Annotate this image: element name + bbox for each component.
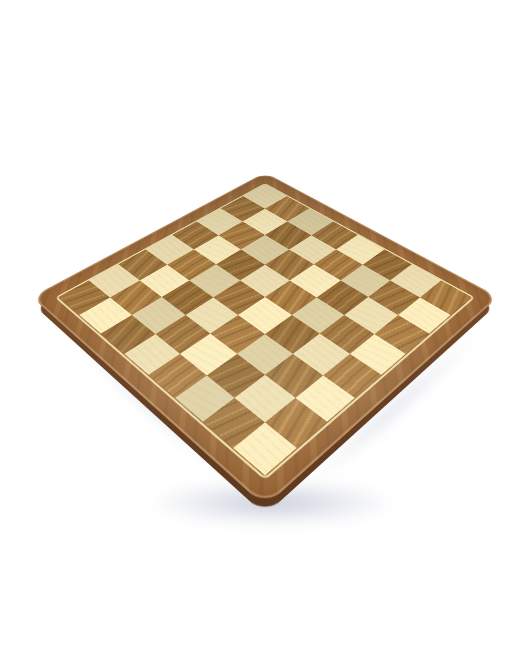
chess-board: [32, 173, 499, 507]
photo-background: [0, 0, 530, 663]
playing-field: [59, 184, 472, 475]
